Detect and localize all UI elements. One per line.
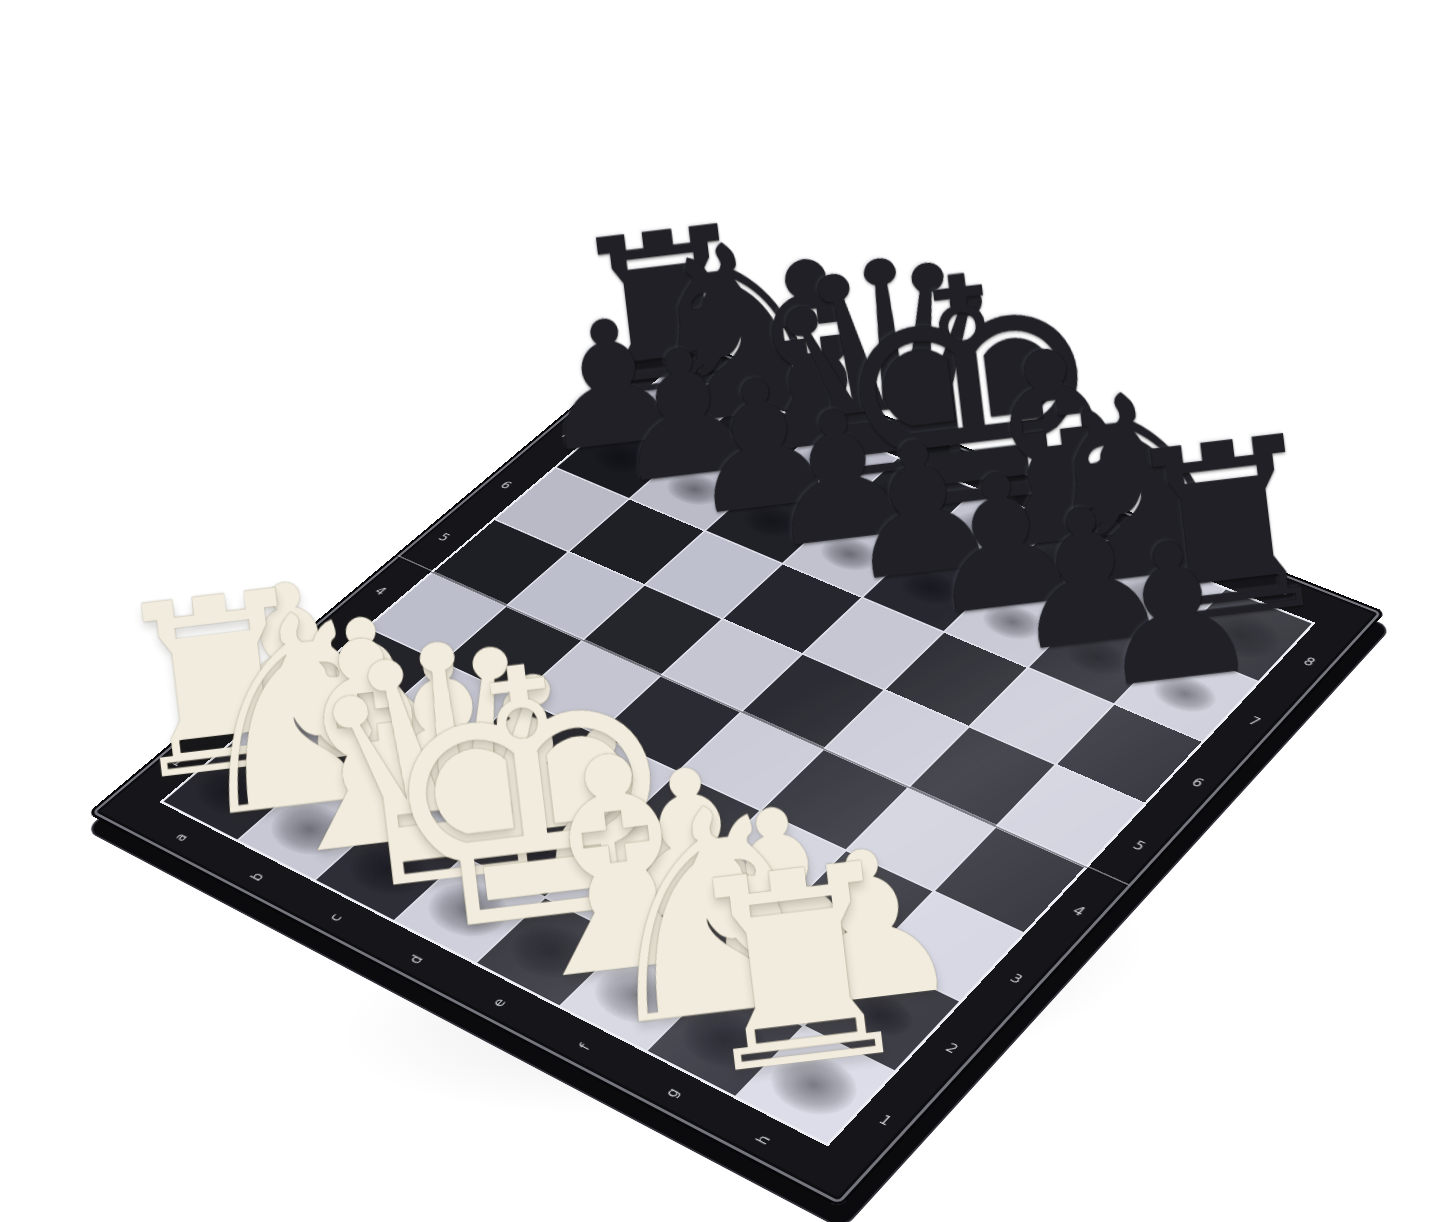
rank-label-4: 4 [1069,903,1088,918]
rank-label-3: 3 [1007,970,1027,986]
black-pawn-icon: ♟ [1080,515,1269,712]
rank-label-6: 6 [497,479,514,491]
rank-label-1: 1 [876,1111,897,1128]
file-label-g: g [661,1085,683,1100]
white-rook-icon: ♜ [666,831,931,1109]
file-label-a: a [171,831,191,843]
square-h1[interactable]: ♜ [737,1027,894,1143]
rank-label-5: 5 [1130,838,1149,853]
file-label-f: f [575,1041,594,1052]
rank-label-5: 5 [435,531,453,543]
rank-label-6: 6 [1189,775,1207,789]
product-photo-stage: ♜♞♝♛♚♝♞♜♟♟♟♟♟♟♟♟♟♟♟♟♟♟♟♟♜♞♝♛♚♝♞♜ aa11bb2… [0,0,1445,1222]
rank-label-2: 2 [942,1040,962,1057]
rank-label-7: 7 [1245,714,1263,728]
rank-label-8: 8 [1301,655,1319,669]
file-label-h: h [751,1132,774,1147]
